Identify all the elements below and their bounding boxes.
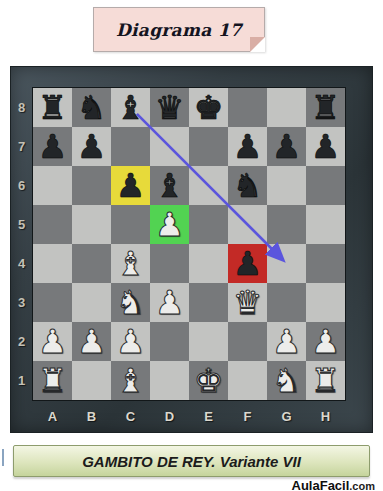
square-d6: ♝ — [150, 166, 189, 205]
square-d3: ♟ — [150, 283, 189, 322]
square-e6 — [189, 166, 228, 205]
square-a8: ♜ — [33, 88, 72, 127]
white-bishop-c1: ♝ — [116, 361, 146, 400]
square-c8: ♝ — [111, 88, 150, 127]
square-h1: ♜ — [306, 361, 345, 400]
square-e1: ♚ — [189, 361, 228, 400]
white-pawn-d5: ♟ — [155, 205, 185, 244]
white-rook-a1: ♜ — [38, 361, 68, 400]
file-label-G: G — [267, 400, 306, 433]
chess-board-frame: 87654321 ♜♞♝♛♚♜♟♟♟♟♟♟♝♞♟♝♟♞♟♛♟♟♟♟♟♜♝♚♞♜ … — [10, 66, 373, 433]
square-c7 — [111, 127, 150, 166]
square-h4 — [306, 244, 345, 283]
square-a2: ♟ — [33, 322, 72, 361]
square-b1 — [72, 361, 111, 400]
square-a3 — [33, 283, 72, 322]
square-b5 — [72, 205, 111, 244]
square-c1: ♝ — [111, 361, 150, 400]
black-pawn-g7: ♟ — [272, 127, 302, 166]
left-margin-tick — [2, 449, 4, 466]
watermark-suffix: .com — [349, 480, 375, 491]
black-pawn-b7: ♟ — [77, 127, 107, 166]
black-queen-d8: ♛ — [155, 88, 185, 127]
square-c6: ♟ — [111, 166, 150, 205]
square-c2: ♟ — [111, 322, 150, 361]
black-bishop-c8: ♝ — [116, 88, 146, 127]
board-grid: ♜♞♝♛♚♜♟♟♟♟♟♟♝♞♟♝♟♞♟♛♟♟♟♟♟♜♝♚♞♜ — [33, 88, 345, 400]
square-e3 — [189, 283, 228, 322]
square-d8: ♛ — [150, 88, 189, 127]
file-labels: ABCDEFGH — [33, 400, 345, 433]
square-f4: ♟ — [228, 244, 267, 283]
square-c4: ♝ — [111, 244, 150, 283]
file-label-H: H — [306, 400, 345, 433]
square-c5 — [111, 205, 150, 244]
rank-label-3: 3 — [10, 283, 33, 322]
square-f1 — [228, 361, 267, 400]
square-a7: ♟ — [33, 127, 72, 166]
square-f8 — [228, 88, 267, 127]
square-e8: ♚ — [189, 88, 228, 127]
rank-labels: 87654321 — [10, 88, 33, 400]
square-h6 — [306, 166, 345, 205]
square-c3: ♞ — [111, 283, 150, 322]
square-d2 — [150, 322, 189, 361]
square-d5: ♟ — [150, 205, 189, 244]
white-bishop-c4: ♝ — [116, 244, 146, 283]
square-a5 — [33, 205, 72, 244]
rank-label-2: 2 — [10, 322, 33, 361]
caption-text: GAMBITO DE REY. Variante VII — [82, 453, 301, 470]
square-g7: ♟ — [267, 127, 306, 166]
square-b7: ♟ — [72, 127, 111, 166]
square-f7: ♟ — [228, 127, 267, 166]
diagram-title: Diagrama 17 — [116, 20, 242, 40]
rank-label-5: 5 — [10, 205, 33, 244]
file-label-F: F — [228, 400, 267, 433]
square-e7 — [189, 127, 228, 166]
white-pawn-a2: ♟ — [38, 322, 68, 361]
file-label-E: E — [189, 400, 228, 433]
white-queen-f3: ♛ — [233, 283, 263, 322]
square-e5 — [189, 205, 228, 244]
black-bishop-d6: ♝ — [155, 166, 185, 205]
white-king-e1: ♚ — [194, 361, 224, 400]
file-label-A: A — [33, 400, 72, 433]
square-f2 — [228, 322, 267, 361]
file-label-B: B — [72, 400, 111, 433]
rank-label-8: 8 — [10, 88, 33, 127]
square-b4 — [72, 244, 111, 283]
square-b8: ♞ — [72, 88, 111, 127]
black-knight-f6: ♞ — [233, 166, 263, 205]
square-g6 — [267, 166, 306, 205]
white-pawn-c2: ♟ — [116, 322, 146, 361]
black-pawn-c6: ♟ — [116, 166, 146, 205]
square-g8 — [267, 88, 306, 127]
white-pawn-d3: ♟ — [155, 283, 185, 322]
watermark-name: AulaFacil — [292, 478, 350, 491]
square-d1 — [150, 361, 189, 400]
black-knight-b8: ♞ — [77, 88, 107, 127]
white-pawn-h2: ♟ — [311, 322, 341, 361]
black-pawn-f7: ♟ — [233, 127, 263, 166]
rank-label-4: 4 — [10, 244, 33, 283]
black-pawn-h7: ♟ — [311, 127, 341, 166]
white-knight-c3: ♞ — [116, 283, 146, 322]
diagram-title-note: Diagrama 17 — [93, 7, 265, 52]
rank-label-7: 7 — [10, 127, 33, 166]
black-rook-h8: ♜ — [311, 88, 341, 127]
note-corner-fold — [250, 37, 265, 52]
white-rook-h1: ♜ — [311, 361, 341, 400]
white-pawn-g2: ♟ — [272, 322, 302, 361]
square-e2 — [189, 322, 228, 361]
white-pawn-b2: ♟ — [77, 322, 107, 361]
square-g2: ♟ — [267, 322, 306, 361]
file-label-D: D — [150, 400, 189, 433]
square-h3 — [306, 283, 345, 322]
square-h8: ♜ — [306, 88, 345, 127]
black-king-e8: ♚ — [194, 88, 224, 127]
square-h7: ♟ — [306, 127, 345, 166]
watermark: AulaFacil.com — [292, 476, 375, 491]
square-b6 — [72, 166, 111, 205]
square-a4 — [33, 244, 72, 283]
square-d7 — [150, 127, 189, 166]
square-g1: ♞ — [267, 361, 306, 400]
square-f6: ♞ — [228, 166, 267, 205]
square-h2: ♟ — [306, 322, 345, 361]
square-d4 — [150, 244, 189, 283]
square-e4 — [189, 244, 228, 283]
caption-bar: GAMBITO DE REY. Variante VII — [13, 445, 370, 477]
black-pawn-f4: ♟ — [233, 244, 263, 283]
square-b2: ♟ — [72, 322, 111, 361]
square-g4 — [267, 244, 306, 283]
rank-label-1: 1 — [10, 361, 33, 400]
black-rook-a8: ♜ — [38, 88, 68, 127]
black-pawn-a7: ♟ — [38, 127, 68, 166]
square-b3 — [72, 283, 111, 322]
square-f5 — [228, 205, 267, 244]
square-a1: ♜ — [33, 361, 72, 400]
white-knight-g1: ♞ — [272, 361, 302, 400]
square-a6 — [33, 166, 72, 205]
square-h5 — [306, 205, 345, 244]
square-g5 — [267, 205, 306, 244]
square-f3: ♛ — [228, 283, 267, 322]
rank-label-6: 6 — [10, 166, 33, 205]
square-g3 — [267, 283, 306, 322]
file-label-C: C — [111, 400, 150, 433]
